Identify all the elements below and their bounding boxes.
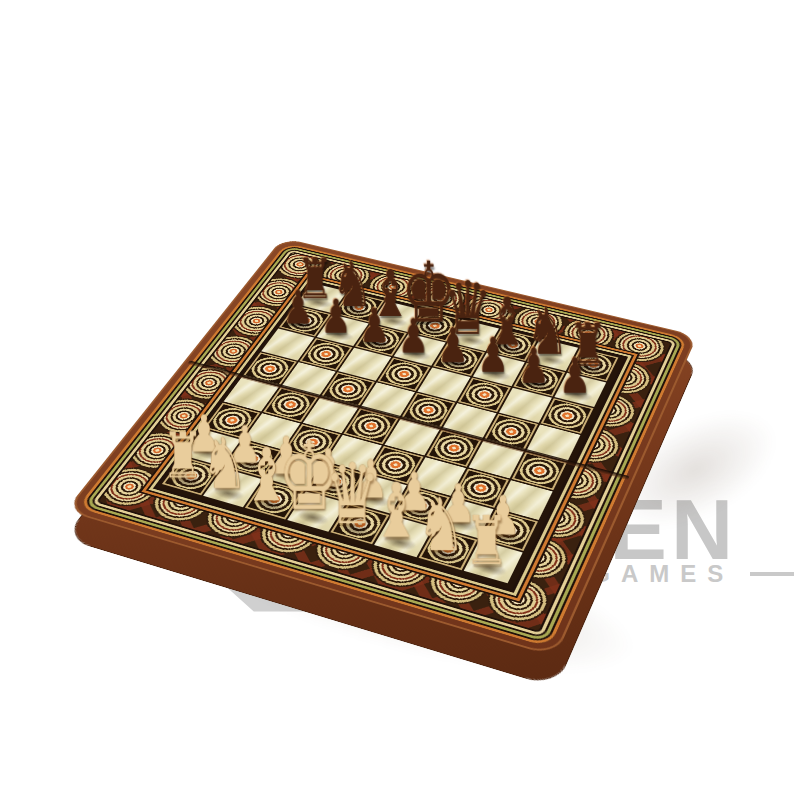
- black-pawn: ♟: [437, 321, 469, 369]
- photo-scene: ♜♞♝♚♛♝♞♜♟♟♟♟♟♟♟♟♟♟♟♟♟♟♟♟♜♞♝♚♛♝♞♜: [0, 0, 800, 800]
- black-pawn: ♟: [518, 341, 550, 390]
- chess-board: ♜♞♝♚♛♝♞♜♟♟♟♟♟♟♟♟♟♟♟♟♟♟♟♟♜♞♝♚♛♝♞♜: [65, 238, 697, 657]
- white-rook: ♜: [464, 508, 508, 575]
- product-photo: ZEN CHESS GAMES ♜♞♝♚♛♝♞♜♟♟♟♟♟♟♟♟♟♟♟♟♟♟♟♟…: [0, 0, 800, 800]
- black-pawn: ♟: [283, 284, 314, 331]
- board-top-face: ♜♞♝♚♛♝♞♜♟♟♟♟♟♟♟♟♟♟♟♟♟♟♟♟♜♞♝♚♛♝♞♜: [65, 238, 697, 657]
- black-pawn: ♟: [559, 351, 592, 400]
- white-bishop: ♝: [371, 474, 421, 549]
- white-knight: ♞: [201, 429, 248, 500]
- black-pawn: ♟: [320, 293, 351, 340]
- black-pawn: ♟: [359, 302, 390, 349]
- white-rook: ♜: [162, 424, 204, 487]
- black-pawn: ♟: [477, 331, 509, 379]
- black-pawn: ♟: [398, 312, 430, 360]
- white-knight: ♞: [417, 488, 466, 562]
